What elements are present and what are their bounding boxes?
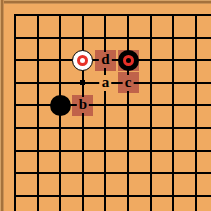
point-label-c: c (123, 75, 134, 91)
grid-line-horizontal (14, 59, 211, 61)
grid-line-vertical (104, 14, 106, 211)
board-frame-top-edge (0, 0, 211, 4)
point-label-d: d (99, 52, 111, 68)
board-frame-left-edge (0, 0, 4, 211)
grid-line-horizontal (14, 195, 211, 197)
grid-line-horizontal (14, 82, 211, 84)
go-corner-diagram: dacb (0, 0, 211, 211)
red-circle-marker-icon (77, 55, 88, 66)
hoshi-point (80, 80, 85, 85)
grid-line-horizontal (14, 104, 211, 106)
grid-line-vertical (37, 14, 39, 211)
red-circle-marker-icon (123, 55, 134, 66)
grid-line-vertical (14, 14, 16, 211)
grid-line-horizontal (14, 150, 211, 152)
white-stone (72, 50, 93, 71)
grid-line-vertical (172, 14, 174, 211)
black-stone (50, 95, 71, 116)
black-stone (118, 50, 139, 71)
grid-line-vertical (195, 14, 197, 211)
point-label-b: b (77, 97, 89, 113)
grid-line-horizontal (14, 37, 211, 39)
grid-line-horizontal (14, 172, 211, 174)
grid-line-vertical (150, 14, 152, 211)
grid-line-horizontal (14, 127, 211, 129)
grid-line-horizontal (14, 14, 211, 16)
grid-line-vertical (127, 14, 129, 211)
point-label-a: a (100, 75, 112, 91)
go-board: dacb (0, 0, 211, 211)
